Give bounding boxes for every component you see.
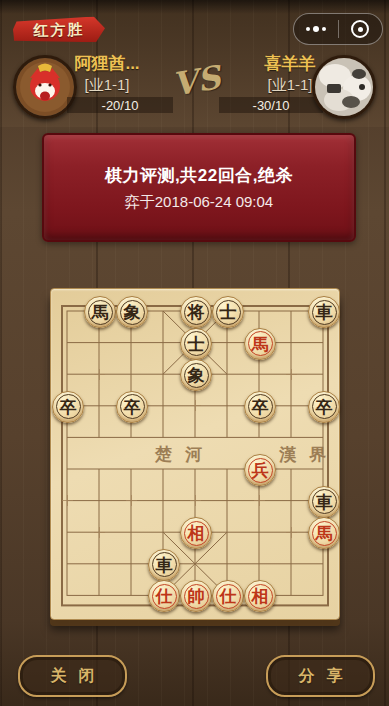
piece-black-soldier[interactable]: 卒 [52, 391, 84, 423]
piece-black-general[interactable]: 将 [180, 296, 212, 328]
vs-label: VS [169, 58, 226, 110]
point-marker [62, 495, 73, 506]
point-marker [286, 369, 297, 380]
point-marker [190, 400, 201, 411]
piece-black-chariot[interactable]: 車 [308, 296, 340, 328]
circle-dot-icon [351, 20, 369, 38]
point-marker [286, 527, 297, 538]
river-label-left: 楚河 [155, 443, 215, 466]
top-shade [0, 0, 389, 14]
point-marker [126, 495, 137, 506]
point-marker [94, 527, 105, 538]
wechat-capsule [293, 13, 383, 45]
piece-black-advisor[interactable]: 士 [180, 328, 212, 360]
piece-glyph: 馬 [252, 336, 269, 353]
result-title: 棋力评测,共22回合,绝杀 [105, 164, 293, 187]
piece-black-elephant[interactable]: 象 [180, 359, 212, 391]
right-player-score: -30/10 [219, 97, 323, 113]
piece-glyph: 帥 [188, 588, 205, 605]
right-player-avatar[interactable] [312, 55, 376, 119]
left-player-score: -20/10 [67, 97, 173, 113]
result-badge-label: 红方胜 [33, 20, 84, 40]
share-button-label: 分享 [287, 666, 355, 687]
piece-glyph: 車 [156, 557, 173, 574]
piece-glyph: 仕 [220, 588, 237, 605]
piece-red-horse[interactable]: 馬 [244, 328, 276, 360]
piece-glyph: 卒 [316, 399, 333, 416]
result-panel: 棋力评测,共22回合,绝杀 弈于2018-06-24 09:04 [42, 133, 356, 242]
piece-black-soldier[interactable]: 卒 [308, 391, 340, 423]
piece-red-soldier[interactable]: 兵 [244, 454, 276, 486]
piece-black-elephant[interactable]: 象 [116, 296, 148, 328]
piece-glyph: 馬 [316, 525, 333, 542]
piece-glyph: 象 [188, 367, 205, 384]
piece-glyph: 車 [316, 304, 333, 321]
piece-glyph: 相 [252, 588, 269, 605]
piece-glyph: 士 [188, 336, 205, 353]
piece-glyph: 車 [316, 494, 333, 511]
exit-button[interactable] [339, 14, 383, 44]
piece-red-elephant[interactable]: 相 [180, 517, 212, 549]
piece-black-soldier[interactable]: 卒 [116, 391, 148, 423]
more-button[interactable] [294, 14, 338, 44]
close-button-label: 关闭 [39, 666, 107, 687]
share-button[interactable]: 分享 [266, 655, 375, 697]
piece-black-chariot[interactable]: 車 [308, 486, 340, 518]
piece-glyph: 士 [220, 304, 237, 321]
close-button[interactable]: 关闭 [18, 655, 127, 697]
piece-glyph: 卒 [60, 399, 77, 416]
piece-glyph: 兵 [252, 462, 269, 479]
piece-glyph: 将 [188, 304, 205, 321]
point-marker [190, 495, 201, 506]
piece-black-soldier[interactable]: 卒 [244, 391, 276, 423]
piece-black-advisor[interactable]: 士 [212, 296, 244, 328]
point-marker [254, 495, 265, 506]
left-player-rank: [业1-1] [47, 76, 167, 95]
piece-glyph: 象 [124, 304, 141, 321]
river-label-right: 漢界 [279, 443, 339, 466]
piece-black-horse[interactable]: 馬 [84, 296, 116, 328]
result-badge: 红方胜 [13, 16, 105, 44]
piece-red-horse[interactable]: 馬 [308, 517, 340, 549]
more-dots-icon [306, 26, 326, 32]
left-player-name: 阿狸酋... [47, 52, 167, 75]
piece-glyph: 卒 [252, 399, 269, 416]
piece-glyph: 馬 [92, 304, 109, 321]
result-date: 弈于2018-06-24 09:04 [125, 193, 273, 212]
point-marker [94, 369, 105, 380]
piece-glyph: 卒 [124, 399, 141, 416]
piece-glyph: 相 [188, 525, 205, 542]
piece-black-chariot[interactable]: 車 [148, 549, 180, 581]
piece-glyph: 仕 [156, 588, 173, 605]
board[interactable]: 楚河 漢界 馬象将士車士馬象卒卒卒卒兵車相馬車仕帥仕相 [50, 288, 340, 620]
